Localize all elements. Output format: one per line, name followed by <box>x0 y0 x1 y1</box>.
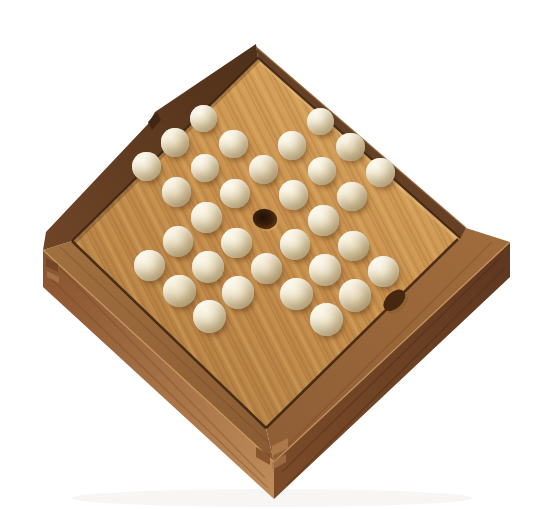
peg-ball-6-4[interactable] <box>310 303 343 336</box>
peg-ball-5-2[interactable] <box>338 231 369 262</box>
peg-ball-3-2[interactable] <box>279 180 309 210</box>
peg-ball-4-2[interactable] <box>308 205 338 235</box>
peg-ball-3-6[interactable] <box>163 275 195 307</box>
peg-ball-2-1[interactable] <box>278 131 306 159</box>
solitaire-board-photo <box>0 0 533 509</box>
peg-ball-4-5[interactable] <box>222 276 254 308</box>
peg-ball-2-4[interactable] <box>191 202 221 232</box>
peg-ball-2-6[interactable] <box>134 250 166 282</box>
peg-ball-3-5[interactable] <box>192 251 224 283</box>
balls-layer <box>0 0 533 509</box>
peg-ball-1-4[interactable] <box>162 177 192 207</box>
peg-ball-0-2[interactable] <box>190 105 217 132</box>
peg-ball-6-3[interactable] <box>339 279 371 311</box>
peg-ball-2-2[interactable] <box>249 155 278 184</box>
peg-ball-3-4[interactable] <box>221 228 252 259</box>
peg-ball-4-6[interactable] <box>193 300 226 333</box>
peg-ball-4-0[interactable] <box>366 158 395 187</box>
peg-ball-4-4[interactable] <box>251 253 283 285</box>
peg-ball-2-0[interactable] <box>307 108 334 135</box>
peg-ball-2-5[interactable] <box>163 226 194 257</box>
peg-ball-1-3[interactable] <box>191 154 220 183</box>
peg-ball-0-4[interactable] <box>132 152 161 181</box>
peg-ball-1-2[interactable] <box>219 130 247 158</box>
peg-ball-3-0[interactable] <box>336 133 364 161</box>
peg-ball-2-3[interactable] <box>220 179 250 209</box>
peg-ball-4-1[interactable] <box>337 182 367 212</box>
peg-ball-4-3[interactable] <box>280 229 311 260</box>
peg-ball-0-3[interactable] <box>161 128 189 156</box>
peg-ball-3-1[interactable] <box>308 157 337 186</box>
peg-ball-5-4[interactable] <box>280 278 312 310</box>
peg-ball-6-2[interactable] <box>368 256 400 288</box>
peg-ball-5-3[interactable] <box>309 254 341 286</box>
